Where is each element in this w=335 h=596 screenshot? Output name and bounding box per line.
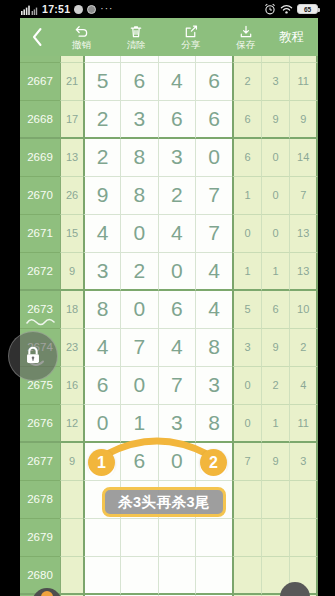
digit-cell[interactable]: 3 (158, 139, 195, 177)
chart-row-2680: 2680 (20, 557, 318, 595)
digit-cell[interactable] (83, 557, 120, 595)
digit-cell[interactable]: 8 (120, 177, 157, 215)
digit-cell[interactable]: 6 (195, 101, 232, 139)
chart-row-2672: 2672932041113 (20, 253, 318, 291)
stat-cell: 1 (232, 253, 261, 291)
lock-button[interactable] (8, 331, 58, 381)
digit-cell[interactable]: 5 (83, 63, 120, 101)
period-cell: 2668 (20, 101, 60, 139)
stat-cell: 4 (289, 367, 318, 405)
kill-rule-tooltip: 杀3头再杀3尾 (102, 487, 226, 517)
period-cell: 2678 (20, 481, 60, 519)
chart-row-2679: 2679 (20, 519, 318, 557)
clear-button[interactable]: 清除 (127, 24, 146, 50)
save-icon (238, 24, 254, 39)
stat-cell: 0 (261, 215, 290, 253)
digit-cell[interactable]: 4 (158, 63, 195, 101)
status-bar: 17:51 ··· 65 (0, 0, 335, 18)
digit-cell[interactable]: 7 (195, 215, 232, 253)
back-button[interactable] (20, 18, 54, 56)
sum-cell: 13 (60, 139, 83, 177)
phone-screen: 17:51 ··· 65 (0, 0, 335, 596)
period-cell: 2669 (20, 139, 60, 177)
wifi-icon (280, 4, 293, 14)
chart-row-2667: 26672156462311 (20, 63, 318, 101)
stat-cell (289, 481, 318, 519)
digit-cell[interactable] (120, 519, 157, 557)
stat-cell: 14 (289, 139, 318, 177)
stat-cell: 0 (232, 405, 261, 443)
chart-row-2669: 26691328306014 (20, 139, 318, 177)
stat-cell (232, 481, 261, 519)
sum-cell: 9 (60, 443, 83, 481)
digit-cell[interactable]: 2 (83, 139, 120, 177)
digit-cell[interactable]: 3 (120, 101, 157, 139)
stat-cell: 10 (289, 291, 318, 329)
toolbar: 撤销 清除 分享 保存 教程 (20, 18, 318, 56)
undo-icon (73, 24, 89, 39)
sum-cell: 9 (60, 253, 83, 291)
stat-cell: 2 (289, 329, 318, 367)
back-chevron-icon (31, 27, 43, 47)
digit-cell[interactable] (158, 557, 195, 595)
digit-cell[interactable]: 4 (158, 329, 195, 367)
digit-cell[interactable]: 6 (158, 291, 195, 329)
share-label: 分享 (181, 40, 200, 50)
chart-row-2675: 2675166073024 (20, 367, 318, 405)
battery-icon: 65 (297, 4, 318, 14)
digit-cell[interactable]: 2 (83, 101, 120, 139)
stat-cell: 0 (232, 215, 261, 253)
digit-cell[interactable]: 3 (83, 253, 120, 291)
stat-cell: 7 (289, 177, 318, 215)
digit-cell[interactable]: 9 (83, 177, 120, 215)
stat-cell (289, 519, 318, 557)
share-icon (183, 24, 199, 39)
signal-icon (21, 4, 38, 15)
sum-cell (60, 557, 83, 595)
stat-cell (261, 519, 290, 557)
digit-cell[interactable]: 4 (195, 253, 232, 291)
period-cell: 2677 (20, 443, 60, 481)
sum-cell: 15 (60, 215, 83, 253)
sum-cell: 23 (60, 329, 83, 367)
digit-cell[interactable]: 4 (83, 329, 120, 367)
digit-cell[interactable]: 2 (158, 177, 195, 215)
digit-cell[interactable]: 8 (83, 291, 120, 329)
digit-cell[interactable]: 7 (195, 177, 232, 215)
stat-cell (261, 481, 290, 519)
period-cell: 2670 (20, 177, 60, 215)
chart-row-2668: 2668172366699 (20, 101, 318, 139)
save-button[interactable]: 保存 (236, 24, 255, 50)
sum-cell (60, 481, 83, 519)
digit-cell[interactable]: 7 (158, 367, 195, 405)
sum-cell: 26 (60, 177, 83, 215)
stat-cell (232, 557, 261, 595)
clock-app-icon (87, 5, 96, 14)
digit-cell[interactable] (83, 519, 120, 557)
digit-cell[interactable]: 6 (158, 101, 195, 139)
digit-cell[interactable]: 3 (195, 367, 232, 405)
stat-cell: 3 (289, 443, 318, 481)
sum-cell: 21 (60, 63, 83, 101)
marker-circle-2: 2 (200, 449, 227, 476)
stat-cell: 11 (289, 405, 318, 443)
digit-cell[interactable]: 0 (120, 367, 157, 405)
stat-cell: 1 (261, 405, 290, 443)
digit-cell[interactable]: 0 (120, 291, 157, 329)
tutorial-button[interactable]: 教程 (279, 29, 304, 46)
sum-cell: 16 (60, 367, 83, 405)
stat-cell: 9 (289, 101, 318, 139)
digit-cell[interactable]: 4 (83, 215, 120, 253)
chart-row-2670: 2670269827107 (20, 177, 318, 215)
notification-icon (74, 5, 83, 14)
pen-tip-icon (41, 591, 53, 596)
chart-row-2673: 26731880645610 (20, 291, 318, 329)
stat-cell: 13 (289, 215, 318, 253)
digit-cell[interactable]: 0 (120, 215, 157, 253)
chart-row-2674: 2674234748392 (20, 329, 318, 367)
digit-cell[interactable]: 7 (120, 329, 157, 367)
period-cell: 2667 (20, 63, 60, 101)
lock-icon (22, 345, 44, 367)
digit-cell[interactable] (158, 519, 195, 557)
digit-cell[interactable]: 0 (158, 253, 195, 291)
stat-cell: 6 (261, 291, 290, 329)
digit-cell[interactable]: 6 (195, 63, 232, 101)
stat-cell: 0 (261, 139, 290, 177)
digit-cell[interactable]: 6 (83, 367, 120, 405)
stat-cell: 9 (261, 329, 290, 367)
sum-cell: 12 (60, 405, 83, 443)
undo-button[interactable]: 撤销 (72, 24, 91, 50)
stat-cell: 0 (261, 177, 290, 215)
digit-cell[interactable]: 0 (195, 139, 232, 177)
stat-cell: 9 (261, 101, 290, 139)
more-notifications-icon: ··· (100, 5, 113, 13)
digit-cell[interactable] (195, 557, 232, 595)
stat-cell: 7 (232, 443, 261, 481)
marker-circle-1: 1 (88, 449, 115, 476)
stat-cell: 5 (232, 291, 261, 329)
share-button[interactable]: 分享 (181, 24, 200, 50)
stat-cell (232, 519, 261, 557)
digit-cell[interactable] (195, 519, 232, 557)
stat-cell: 6 (232, 101, 261, 139)
save-label: 保存 (236, 40, 255, 50)
clear-label: 清除 (127, 40, 146, 50)
undo-label: 撤销 (72, 40, 91, 50)
pen-squiggle-mark (24, 315, 64, 329)
digit-cell[interactable]: 6 (120, 63, 157, 101)
period-cell: 2676 (20, 405, 60, 443)
stat-cell: 3 (261, 63, 290, 101)
stat-cell: 6 (232, 139, 261, 177)
trash-icon (128, 24, 144, 39)
digit-cell[interactable]: 4 (158, 215, 195, 253)
stat-cell: 3 (232, 329, 261, 367)
period-cell: 2679 (20, 519, 60, 557)
stat-cell: 1 (261, 253, 290, 291)
status-time: 17:51 (42, 3, 70, 15)
stat-cell: 13 (289, 253, 318, 291)
stat-cell: 11 (289, 63, 318, 101)
period-cell: 2671 (20, 215, 60, 253)
stat-cell: 0 (232, 367, 261, 405)
period-cell: 2672 (20, 253, 60, 291)
digit-cell[interactable]: 8 (195, 329, 232, 367)
stat-cell: 1 (232, 177, 261, 215)
digit-cell[interactable] (120, 557, 157, 595)
chart-row-2671: 26711540470013 (20, 215, 318, 253)
sum-cell (60, 519, 83, 557)
stat-cell: 2 (232, 63, 261, 101)
digit-cell[interactable]: 2 (120, 253, 157, 291)
digit-cell[interactable]: 8 (120, 139, 157, 177)
stat-cell: 9 (261, 443, 290, 481)
stat-cell: 2 (261, 367, 290, 405)
alarm-icon (264, 3, 276, 15)
sum-cell: 17 (60, 101, 83, 139)
digit-cell[interactable]: 4 (195, 291, 232, 329)
